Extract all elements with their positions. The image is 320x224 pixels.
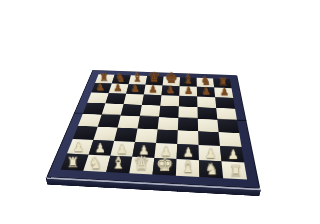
piece-white-pawn: ♟ bbox=[115, 143, 126, 156]
square-a6 bbox=[87, 92, 108, 103]
piece-white-pawn: ♟ bbox=[72, 141, 83, 154]
piece-white-knight: ♞ bbox=[88, 155, 102, 170]
board-frame: ♜♞♝♛♚♝♞♜♟♟♟♟♟♟♟♟♟♟♟♟♟♟♟♟♜♞♝♛♚♝♞♜ bbox=[46, 70, 224, 189]
piece-white-pawn: ♟ bbox=[94, 142, 105, 155]
piece-black-pawn: ♟ bbox=[165, 85, 174, 95]
square-e4 bbox=[157, 117, 178, 130]
square-d6 bbox=[141, 94, 161, 105]
square-h3 bbox=[218, 132, 224, 147]
board-front-edge bbox=[45, 177, 224, 196]
square-e7: ♟ bbox=[161, 86, 179, 96]
piece-black-knight: ♞ bbox=[115, 72, 125, 83]
piece-white-pawn: ♟ bbox=[204, 147, 215, 160]
square-f1: ♝ bbox=[175, 159, 199, 177]
piece-white-pawn: ♟ bbox=[159, 145, 170, 158]
square-f6 bbox=[178, 96, 197, 107]
square-e2: ♟ bbox=[154, 143, 177, 159]
piece-black-pawn: ♟ bbox=[219, 87, 224, 97]
piece-black-bishop: ♝ bbox=[131, 72, 142, 84]
piece-white-king: ♚ bbox=[155, 154, 173, 174]
piece-white-pawn: ♟ bbox=[182, 146, 193, 159]
square-a1: ♜ bbox=[60, 154, 88, 171]
square-e3 bbox=[156, 129, 178, 144]
square-b1: ♞ bbox=[83, 155, 110, 172]
piece-white-bishop: ♝ bbox=[180, 159, 195, 176]
square-g1: ♞ bbox=[198, 160, 222, 178]
square-g4 bbox=[197, 119, 218, 132]
square-c2: ♟ bbox=[110, 141, 135, 157]
square-f2: ♟ bbox=[176, 144, 198, 160]
square-h4 bbox=[217, 120, 224, 134]
piece-black-king: ♚ bbox=[164, 71, 177, 86]
square-d2: ♟ bbox=[132, 142, 156, 158]
square-g2: ♟ bbox=[198, 145, 221, 161]
piece-white-rook: ♜ bbox=[65, 155, 78, 169]
piece-white-bishop: ♝ bbox=[110, 155, 125, 172]
piece-black-pawn: ♟ bbox=[148, 84, 157, 94]
square-c6 bbox=[123, 94, 143, 105]
square-g3 bbox=[198, 131, 220, 146]
square-d1: ♛ bbox=[129, 157, 154, 175]
square-a2: ♟ bbox=[66, 139, 92, 155]
piece-white-pawn: ♟ bbox=[137, 144, 148, 157]
square-c4 bbox=[117, 115, 139, 128]
piece-black-pawn: ♟ bbox=[183, 86, 192, 96]
piece-black-queen: ♛ bbox=[147, 71, 159, 85]
square-c1: ♝ bbox=[106, 156, 132, 173]
piece-black-pawn: ♟ bbox=[201, 86, 210, 96]
square-f3 bbox=[177, 130, 198, 145]
piece-black-pawn: ♟ bbox=[130, 84, 139, 94]
square-g6 bbox=[197, 97, 216, 108]
piece-black-rook: ♜ bbox=[98, 72, 107, 82]
square-e6 bbox=[160, 95, 179, 106]
piece-white-queen: ♛ bbox=[132, 154, 149, 173]
piece-black-pawn: ♟ bbox=[95, 82, 104, 92]
square-d3 bbox=[135, 129, 158, 143]
square-c3 bbox=[114, 128, 137, 142]
piece-black-rook: ♜ bbox=[218, 77, 224, 88]
square-a3 bbox=[72, 126, 97, 140]
piece-black-knight: ♞ bbox=[200, 75, 210, 86]
board-grid: ♜♞♝♛♚♝♞♜♟♟♟♟♟♟♟♟♟♟♟♟♟♟♟♟♜♞♝♛♚♝♞♜ bbox=[60, 74, 224, 179]
square-b3 bbox=[93, 127, 117, 141]
piece-black-bishop: ♝ bbox=[182, 74, 193, 86]
square-d4 bbox=[137, 116, 158, 129]
piece-white-knight: ♞ bbox=[204, 161, 218, 177]
square-f4 bbox=[177, 118, 197, 131]
square-b6 bbox=[105, 93, 126, 104]
piece-black-pawn: ♟ bbox=[113, 83, 122, 93]
chess-set: ♜♞♝♛♚♝♞♜♟♟♟♟♟♟♟♟♟♟♟♟♟♟♟♟♜♞♝♛♚♝♞♜ bbox=[46, 70, 224, 189]
product-photo-backdrop: ♜♞♝♛♚♝♞♜♟♟♟♟♟♟♟♟♟♟♟♟♟♟♟♟♜♞♝♛♚♝♞♜ bbox=[0, 0, 224, 224]
square-e1: ♚ bbox=[152, 158, 176, 176]
